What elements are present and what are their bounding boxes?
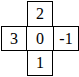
corner-top-left <box>1 1 27 26</box>
cell-center: 0 <box>27 26 53 51</box>
corner-top-right <box>53 1 79 26</box>
number-cross-board: 2 3 0 -1 1 <box>0 0 79 77</box>
cross-grid: 2 3 0 -1 1 <box>1 1 79 76</box>
corner-bottom-right <box>53 51 79 76</box>
corner-bottom-left <box>1 51 27 76</box>
cell-top: 2 <box>27 1 53 26</box>
cell-left: 3 <box>1 26 27 51</box>
cell-right: -1 <box>53 26 79 51</box>
cell-bottom: 1 <box>27 51 53 76</box>
